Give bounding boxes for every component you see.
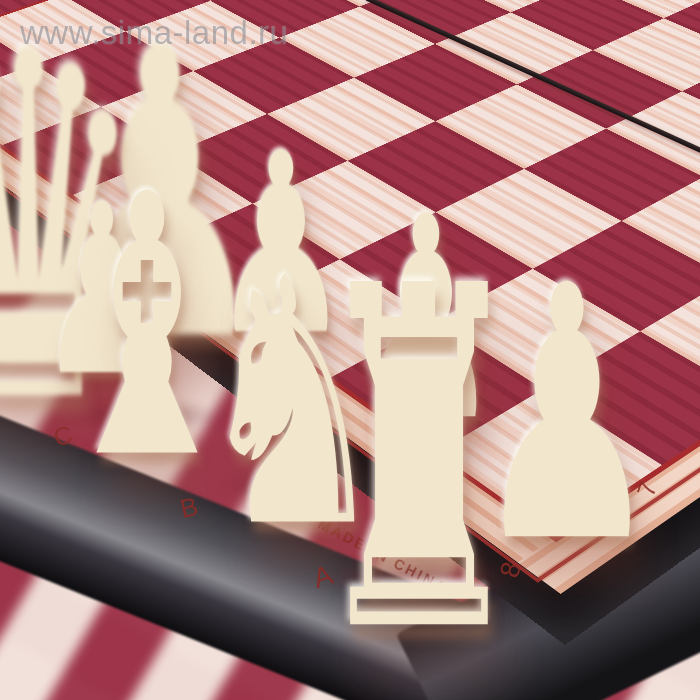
chess-set-product-photo: CBA87MADE IN CHINA ♟♛♟♝♟♞♟♜♟ www.sima-la… [0, 0, 700, 700]
white-pawn: ♟ [473, 240, 661, 590]
watermark-text: www.sima-land.ru [20, 14, 288, 52]
